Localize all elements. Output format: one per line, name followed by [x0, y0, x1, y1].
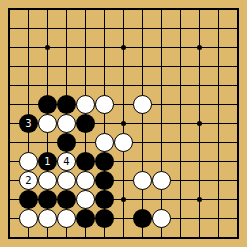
board-cell[interactable] — [19, 0, 38, 19]
board-cell[interactable] — [190, 76, 209, 95]
board-cell[interactable] — [171, 0, 190, 19]
stone-black — [38, 95, 57, 114]
stone-black — [95, 190, 114, 209]
board-cell[interactable] — [209, 228, 228, 247]
board-cell[interactable] — [209, 190, 228, 209]
board-cell[interactable] — [19, 76, 38, 95]
board-cell[interactable] — [38, 76, 57, 95]
board-cell[interactable] — [190, 209, 209, 228]
stone-black — [57, 95, 76, 114]
board-cell[interactable] — [95, 19, 114, 38]
board-cell[interactable] — [0, 133, 19, 152]
board-cell[interactable] — [133, 228, 152, 247]
board-cell[interactable] — [190, 190, 209, 209]
board-cell[interactable] — [209, 19, 228, 38]
board-cell[interactable] — [133, 133, 152, 152]
hoshi-point — [121, 45, 126, 50]
stone-white — [76, 190, 95, 209]
board-cell[interactable] — [114, 114, 133, 133]
board-cell[interactable] — [57, 228, 76, 247]
board-cell[interactable] — [190, 38, 209, 57]
board-cell[interactable] — [57, 171, 76, 190]
board-cell[interactable] — [38, 228, 57, 247]
board-cell[interactable] — [152, 209, 171, 228]
stone-black — [95, 152, 114, 171]
board-cell[interactable] — [0, 114, 19, 133]
board-cell[interactable] — [228, 38, 247, 57]
go-diagram: 3142 — [0, 0, 247, 247]
board-cell[interactable] — [190, 228, 209, 247]
board-cell[interactable] — [19, 152, 38, 171]
board-cell[interactable] — [171, 152, 190, 171]
stone-black — [95, 171, 114, 190]
stone-white — [133, 95, 152, 114]
board-cell[interactable] — [133, 76, 152, 95]
stone-white: 4 — [57, 152, 76, 171]
stone-black — [19, 190, 38, 209]
board-cell[interactable] — [133, 57, 152, 76]
board-cell[interactable] — [76, 228, 95, 247]
stone-white — [114, 133, 133, 152]
stone-black — [76, 114, 95, 133]
stone-black — [38, 190, 57, 209]
stone-black — [133, 209, 152, 228]
board-cell[interactable] — [114, 38, 133, 57]
board-cell[interactable] — [228, 114, 247, 133]
board-cell[interactable] — [133, 171, 152, 190]
board-cell[interactable] — [114, 76, 133, 95]
stone-white — [19, 152, 38, 171]
board-cell[interactable] — [19, 57, 38, 76]
board-cell[interactable] — [19, 133, 38, 152]
board-cell[interactable] — [209, 209, 228, 228]
board-cell[interactable] — [57, 209, 76, 228]
hoshi-point — [197, 45, 202, 50]
board-cell[interactable] — [38, 114, 57, 133]
board-cell[interactable] — [133, 95, 152, 114]
board-cell[interactable] — [152, 152, 171, 171]
board-cell[interactable] — [95, 171, 114, 190]
board-cell[interactable] — [114, 171, 133, 190]
board-cell[interactable] — [76, 0, 95, 19]
hoshi-point — [121, 197, 126, 202]
board-cell[interactable]: 1 — [38, 152, 57, 171]
board-cell[interactable] — [190, 133, 209, 152]
board-cell[interactable] — [228, 152, 247, 171]
board-cell[interactable] — [114, 152, 133, 171]
board-cell[interactable] — [209, 133, 228, 152]
board-cell[interactable] — [76, 190, 95, 209]
board-cell[interactable] — [76, 57, 95, 76]
stone-white — [152, 171, 171, 190]
board-cell[interactable] — [76, 76, 95, 95]
board-cell[interactable] — [228, 95, 247, 114]
board-cell[interactable] — [209, 114, 228, 133]
board-cell[interactable] — [38, 95, 57, 114]
board-cell[interactable] — [171, 57, 190, 76]
stone-black: 3 — [19, 114, 38, 133]
board-cell[interactable] — [209, 152, 228, 171]
board-cell[interactable] — [228, 209, 247, 228]
move-number-label: 4 — [63, 157, 69, 167]
board-cell[interactable] — [152, 171, 171, 190]
board-cell[interactable] — [57, 38, 76, 57]
board-cell[interactable] — [19, 190, 38, 209]
board-cell[interactable] — [19, 209, 38, 228]
board-cell[interactable] — [171, 95, 190, 114]
board-cell[interactable] — [133, 152, 152, 171]
board-cell[interactable] — [57, 190, 76, 209]
board-cell[interactable] — [133, 114, 152, 133]
board-cell[interactable] — [114, 209, 133, 228]
board-cell[interactable] — [171, 209, 190, 228]
board-cell[interactable] — [152, 133, 171, 152]
board-cell[interactable] — [0, 228, 19, 247]
stone-white — [76, 171, 95, 190]
stone-white — [57, 209, 76, 228]
board-cell[interactable] — [190, 171, 209, 190]
board-cell[interactable] — [0, 0, 19, 19]
go-board: 3142 — [0, 0, 247, 247]
board-cell[interactable] — [95, 0, 114, 19]
board-cell[interactable] — [0, 95, 19, 114]
board-cell[interactable] — [57, 0, 76, 19]
move-number-label: 2 — [25, 176, 31, 186]
board-cell[interactable] — [95, 57, 114, 76]
board-cell[interactable] — [190, 152, 209, 171]
board-cell[interactable] — [133, 0, 152, 19]
board-cell[interactable] — [19, 38, 38, 57]
board-cell[interactable]: 2 — [19, 171, 38, 190]
board-cell[interactable] — [152, 19, 171, 38]
move-number-label: 1 — [44, 157, 50, 167]
board-cell[interactable] — [95, 152, 114, 171]
board-cell[interactable] — [152, 95, 171, 114]
board-cell[interactable] — [76, 152, 95, 171]
board-cell[interactable] — [190, 19, 209, 38]
board-cell[interactable] — [0, 152, 19, 171]
board-cell[interactable] — [209, 95, 228, 114]
board-cell[interactable] — [38, 19, 57, 38]
board-cell[interactable] — [152, 76, 171, 95]
board-cell[interactable] — [76, 133, 95, 152]
board-cell[interactable] — [95, 190, 114, 209]
board-cell[interactable] — [57, 133, 76, 152]
board-cell[interactable] — [152, 38, 171, 57]
stone-white — [38, 114, 57, 133]
board-cell[interactable] — [133, 190, 152, 209]
board-cell[interactable] — [38, 133, 57, 152]
board-cell[interactable] — [171, 114, 190, 133]
board-cell[interactable] — [95, 95, 114, 114]
stone-white — [95, 133, 114, 152]
board-cell[interactable] — [0, 38, 19, 57]
stone-white — [76, 95, 95, 114]
board-cell[interactable] — [57, 95, 76, 114]
board-cell[interactable] — [57, 76, 76, 95]
board-cell[interactable] — [171, 190, 190, 209]
board-cell[interactable] — [228, 228, 247, 247]
board-cell[interactable] — [114, 95, 133, 114]
board-cell[interactable] — [114, 19, 133, 38]
board-cell[interactable] — [114, 0, 133, 19]
board-cell[interactable] — [114, 57, 133, 76]
hoshi-point — [121, 121, 126, 126]
stone-black: 1 — [38, 152, 57, 171]
board-cell[interactable] — [114, 133, 133, 152]
board-cell[interactable] — [0, 171, 19, 190]
board-cell[interactable] — [19, 19, 38, 38]
board-cell[interactable] — [228, 190, 247, 209]
board-cell[interactable] — [57, 114, 76, 133]
board-cell[interactable] — [38, 0, 57, 19]
board-cell[interactable] — [152, 114, 171, 133]
stone-black — [57, 133, 76, 152]
board-cell[interactable] — [19, 228, 38, 247]
board-cell[interactable] — [76, 19, 95, 38]
board-cell[interactable] — [190, 95, 209, 114]
stone-white — [133, 171, 152, 190]
board-cell[interactable] — [95, 38, 114, 57]
board-cell[interactable] — [190, 0, 209, 19]
board-cell[interactable] — [152, 0, 171, 19]
board-cell[interactable] — [19, 95, 38, 114]
board-cell[interactable] — [0, 57, 19, 76]
board-cell[interactable] — [209, 57, 228, 76]
board-cell[interactable] — [95, 76, 114, 95]
board-cell[interactable] — [95, 209, 114, 228]
board-cell[interactable] — [228, 171, 247, 190]
hoshi-point — [197, 197, 202, 202]
board-cell[interactable]: 3 — [19, 114, 38, 133]
board-cell[interactable] — [171, 38, 190, 57]
board-cell[interactable] — [171, 133, 190, 152]
board-cell[interactable] — [0, 76, 19, 95]
board-cell[interactable] — [228, 0, 247, 19]
board-cell[interactable] — [228, 133, 247, 152]
stone-black — [76, 209, 95, 228]
board-cell[interactable] — [0, 190, 19, 209]
board-cell[interactable]: 4 — [57, 152, 76, 171]
move-number-label: 3 — [25, 119, 31, 129]
board-cell[interactable] — [133, 209, 152, 228]
board-cell[interactable] — [95, 133, 114, 152]
stone-white — [38, 171, 57, 190]
board-cell[interactable] — [171, 19, 190, 38]
board-cell[interactable] — [114, 190, 133, 209]
board-cell[interactable] — [38, 190, 57, 209]
board-cell[interactable] — [76, 95, 95, 114]
stone-black — [76, 152, 95, 171]
board-cell[interactable] — [133, 38, 152, 57]
board-cell[interactable] — [133, 19, 152, 38]
board-cell[interactable] — [38, 209, 57, 228]
stone-white — [38, 209, 57, 228]
board-cell[interactable] — [152, 57, 171, 76]
stone-black — [95, 209, 114, 228]
board-cell[interactable] — [95, 114, 114, 133]
board-cell[interactable] — [209, 0, 228, 19]
stone-white — [19, 209, 38, 228]
board-cell[interactable] — [190, 114, 209, 133]
stone-white — [95, 95, 114, 114]
board-cell[interactable] — [209, 76, 228, 95]
board-cell[interactable] — [152, 190, 171, 209]
board-cell[interactable] — [95, 228, 114, 247]
board-cell[interactable] — [0, 209, 19, 228]
board-cell[interactable] — [57, 19, 76, 38]
board-cell[interactable] — [57, 57, 76, 76]
board-cell[interactable] — [38, 171, 57, 190]
board-cell[interactable] — [209, 38, 228, 57]
board-cell[interactable] — [76, 38, 95, 57]
stone-white — [57, 171, 76, 190]
board-cell[interactable] — [0, 19, 19, 38]
board-cell[interactable] — [76, 114, 95, 133]
board-cell[interactable] — [114, 228, 133, 247]
board-cell[interactable] — [38, 38, 57, 57]
board-cell[interactable] — [76, 209, 95, 228]
board-cell[interactable] — [171, 228, 190, 247]
board-cell[interactable] — [152, 228, 171, 247]
board-cell[interactable] — [38, 57, 57, 76]
board-cell[interactable] — [228, 76, 247, 95]
board-cell[interactable] — [190, 57, 209, 76]
board-cell[interactable] — [171, 171, 190, 190]
stone-black — [57, 190, 76, 209]
hoshi-point — [197, 121, 202, 126]
board-cell[interactable] — [228, 57, 247, 76]
board-cell[interactable] — [171, 76, 190, 95]
hoshi-point — [45, 45, 50, 50]
board-cell[interactable] — [209, 171, 228, 190]
board-cell[interactable] — [228, 19, 247, 38]
stone-white — [152, 209, 171, 228]
stone-white: 2 — [19, 171, 38, 190]
board-cell[interactable] — [76, 171, 95, 190]
stone-white — [57, 114, 76, 133]
